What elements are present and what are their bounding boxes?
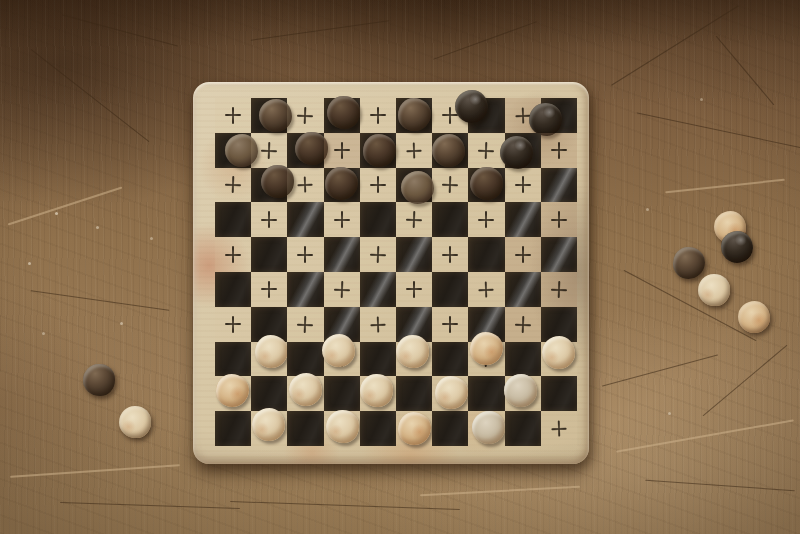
- square-r9c4[interactable]: [324, 376, 360, 411]
- square-r10c2[interactable]: [251, 411, 287, 446]
- square-r3c6[interactable]: [396, 168, 432, 203]
- plus-mark-icon: [334, 142, 350, 159]
- square-r10c4[interactable]: [324, 411, 360, 446]
- square-r1c8[interactable]: [468, 98, 504, 133]
- square-r6c3[interactable]: [287, 272, 323, 307]
- square-r3c7[interactable]: [432, 168, 468, 203]
- square-r9c7[interactable]: [432, 376, 468, 411]
- square-r3c4[interactable]: [324, 168, 360, 203]
- board-grid: [215, 98, 577, 446]
- light-piece[interactable]: [252, 408, 285, 441]
- wood-scratch: [60, 502, 240, 509]
- plus-mark-icon: [406, 211, 423, 229]
- square-r6c2[interactable]: [251, 272, 287, 307]
- square-r6c10[interactable]: [541, 272, 577, 307]
- square-r8c2[interactable]: [251, 342, 287, 377]
- square-r9c3[interactable]: [287, 376, 323, 411]
- square-r2c2[interactable]: [251, 133, 287, 168]
- plus-mark-icon: [551, 211, 567, 228]
- plus-mark-icon: [442, 316, 458, 333]
- square-r10c6[interactable]: [396, 411, 432, 446]
- square-r1c2[interactable]: [251, 98, 287, 133]
- square-r8c10[interactable]: [541, 342, 577, 377]
- square-r1c4[interactable]: [324, 98, 360, 133]
- paint-specks: [0, 0, 3, 3]
- wood-scratch: [665, 179, 785, 194]
- square-r4c8[interactable]: [468, 202, 504, 237]
- dark-piece[interactable]: [455, 90, 488, 123]
- square-r5c2[interactable]: [251, 237, 287, 272]
- plus-mark-icon: [334, 211, 350, 228]
- square-r3c9[interactable]: [505, 168, 541, 203]
- square-r2c3[interactable]: [287, 133, 323, 168]
- square-r2c9[interactable]: [505, 133, 541, 168]
- plus-mark-icon: [370, 107, 386, 124]
- square-r3c3[interactable]: [287, 168, 323, 203]
- square-r5c5[interactable]: [360, 237, 396, 272]
- plus-mark-icon: [514, 315, 531, 333]
- square-r6c9[interactable]: [505, 272, 541, 307]
- square-r7c3[interactable]: [287, 307, 323, 342]
- square-r3c1[interactable]: [215, 168, 251, 203]
- wood-scratch: [602, 354, 718, 386]
- square-r8c7[interactable]: [432, 342, 468, 377]
- loose-dark-piece[interactable]: [83, 364, 115, 396]
- square-r7c5[interactable]: [360, 307, 396, 342]
- square-r10c1[interactable]: [215, 411, 251, 446]
- dark-piece[interactable]: [401, 171, 434, 204]
- square-r2c7[interactable]: [432, 133, 468, 168]
- wood-scratch: [624, 270, 757, 341]
- square-r3c8[interactable]: [468, 168, 504, 203]
- square-r5c10[interactable]: [541, 237, 577, 272]
- square-r8c4[interactable]: [324, 342, 360, 377]
- square-r5c3[interactable]: [287, 237, 323, 272]
- light-piece[interactable]: [322, 334, 355, 367]
- square-r1c10[interactable]: [541, 98, 577, 133]
- dark-piece[interactable]: [500, 136, 533, 169]
- wood-scratch: [31, 290, 170, 310]
- plus-mark-icon: [478, 211, 494, 228]
- square-r4c5[interactable]: [360, 202, 396, 237]
- square-r4c2[interactable]: [251, 202, 287, 237]
- square-r2c8[interactable]: [468, 133, 504, 168]
- square-r7c7[interactable]: [432, 307, 468, 342]
- square-r9c8[interactable]: [468, 376, 504, 411]
- square-r9c10[interactable]: [541, 376, 577, 411]
- square-r2c1[interactable]: [215, 133, 251, 168]
- square-r10c8[interactable]: [468, 411, 504, 446]
- square-r6c5[interactable]: [360, 272, 396, 307]
- square-r1c3[interactable]: [287, 98, 323, 133]
- square-r8c9[interactable]: [505, 342, 541, 377]
- wood-scratch: [10, 464, 180, 478]
- square-r10c5[interactable]: [360, 411, 396, 446]
- square-r9c6[interactable]: [396, 376, 432, 411]
- plus-mark-icon: [406, 142, 422, 159]
- square-r10c3[interactable]: [287, 411, 323, 446]
- plus-mark-icon: [297, 315, 314, 333]
- plus-mark-icon: [442, 176, 459, 194]
- square-r5c4[interactable]: [324, 237, 360, 272]
- plus-mark-icon: [261, 281, 277, 298]
- square-r4c7[interactable]: [432, 202, 468, 237]
- light-piece[interactable]: [396, 335, 429, 368]
- square-r5c8[interactable]: [468, 237, 504, 272]
- plus-mark-icon: [515, 246, 531, 263]
- square-r1c1[interactable]: [215, 98, 251, 133]
- wood-scratch: [716, 36, 775, 106]
- wood-scratch: [433, 21, 537, 60]
- square-r6c4[interactable]: [324, 272, 360, 307]
- wood-scratch: [616, 419, 794, 452]
- wood-scratch: [611, 5, 739, 85]
- square-r9c1[interactable]: [215, 376, 251, 411]
- square-r6c1[interactable]: [215, 272, 251, 307]
- light-piece[interactable]: [472, 411, 505, 444]
- square-r8c3[interactable]: [287, 342, 323, 377]
- plus-mark-icon: [297, 246, 313, 263]
- square-r8c1[interactable]: [215, 342, 251, 377]
- wood-scratch: [703, 345, 788, 416]
- square-r2c4[interactable]: [324, 133, 360, 168]
- dark-piece[interactable]: [529, 103, 562, 136]
- plus-mark-icon: [370, 316, 386, 333]
- plus-mark-icon: [478, 141, 495, 159]
- wood-scratch: [8, 187, 123, 226]
- plus-mark-icon: [225, 246, 241, 263]
- dark-piece[interactable]: [432, 134, 465, 167]
- light-piece[interactable]: [360, 374, 393, 407]
- light-piece[interactable]: [398, 412, 431, 445]
- square-r4c1[interactable]: [215, 202, 251, 237]
- loose-light-piece[interactable]: [698, 274, 730, 306]
- wood-scratch: [637, 112, 800, 148]
- square-r4c4[interactable]: [324, 202, 360, 237]
- wood-scratch: [251, 20, 390, 40]
- square-r9c2[interactable]: [251, 376, 287, 411]
- square-r6c8[interactable]: [468, 272, 504, 307]
- loose-light-piece[interactable]: [738, 301, 770, 333]
- light-piece[interactable]: [255, 335, 288, 368]
- wood-scratch: [420, 486, 580, 496]
- square-r3c10[interactable]: [541, 168, 577, 203]
- light-piece[interactable]: [435, 376, 468, 409]
- plus-mark-icon: [551, 281, 568, 299]
- loose-dark-piece[interactable]: [721, 231, 753, 263]
- square-r1c6[interactable]: [396, 98, 432, 133]
- wood-scratch: [645, 480, 795, 491]
- dark-piece[interactable]: [325, 167, 358, 200]
- square-r9c5[interactable]: [360, 376, 396, 411]
- loose-light-piece[interactable]: [119, 406, 151, 438]
- square-r7c9[interactable]: [505, 307, 541, 342]
- plus-mark-icon: [225, 316, 241, 333]
- square-r1c5[interactable]: [360, 98, 396, 133]
- plus-mark-icon: [261, 141, 278, 159]
- plus-mark-icon: [225, 107, 241, 124]
- dark-piece[interactable]: [327, 96, 360, 129]
- square-r2c5[interactable]: [360, 133, 396, 168]
- square-r2c10[interactable]: [541, 133, 577, 168]
- square-r5c7[interactable]: [432, 237, 468, 272]
- light-piece[interactable]: [504, 374, 537, 407]
- square-r8c6[interactable]: [396, 342, 432, 377]
- light-piece[interactable]: [326, 410, 359, 443]
- square-r6c7[interactable]: [432, 272, 468, 307]
- plus-mark-icon: [442, 246, 458, 263]
- square-r5c9[interactable]: [505, 237, 541, 272]
- wood-scratch: [230, 501, 460, 510]
- wood-table: [0, 0, 800, 534]
- plus-mark-icon: [406, 281, 422, 298]
- square-r10c9[interactable]: [505, 411, 541, 446]
- square-r4c10[interactable]: [541, 202, 577, 237]
- square-r5c6[interactable]: [396, 237, 432, 272]
- light-piece[interactable]: [470, 332, 503, 365]
- square-r3c2[interactable]: [251, 168, 287, 203]
- plus-mark-icon: [551, 420, 567, 437]
- square-r4c9[interactable]: [505, 202, 541, 237]
- square-r5c1[interactable]: [215, 237, 251, 272]
- square-r8c5[interactable]: [360, 342, 396, 377]
- dark-piece[interactable]: [398, 98, 431, 131]
- plus-mark-icon: [551, 142, 567, 159]
- plus-mark-icon: [298, 177, 314, 194]
- plus-mark-icon: [479, 281, 495, 298]
- square-r9c9[interactable]: [505, 376, 541, 411]
- plus-mark-icon: [370, 246, 387, 264]
- light-piece[interactable]: [216, 374, 249, 407]
- dark-piece[interactable]: [470, 167, 503, 200]
- wood-scratch: [31, 49, 150, 142]
- plus-mark-icon: [261, 211, 277, 228]
- light-piece[interactable]: [289, 373, 322, 406]
- square-r2c6[interactable]: [396, 133, 432, 168]
- square-r10c7[interactable]: [432, 411, 468, 446]
- square-r4c6[interactable]: [396, 202, 432, 237]
- square-r6c6[interactable]: [396, 272, 432, 307]
- plus-mark-icon: [225, 176, 242, 194]
- loose-dark-piece[interactable]: [673, 247, 705, 279]
- square-r8c8[interactable]: [468, 342, 504, 377]
- square-r7c1[interactable]: [215, 307, 251, 342]
- dark-piece[interactable]: [363, 134, 396, 167]
- plus-mark-icon: [297, 107, 314, 125]
- square-r4c3[interactable]: [287, 202, 323, 237]
- plus-mark-icon: [515, 107, 531, 124]
- square-r10c10[interactable]: [541, 411, 577, 446]
- checkers-board: [193, 82, 589, 464]
- plus-mark-icon: [515, 176, 531, 193]
- wood-scratch: [62, 14, 178, 46]
- light-piece[interactable]: [542, 336, 575, 369]
- plus-mark-icon: [333, 281, 350, 299]
- square-r3c5[interactable]: [360, 168, 396, 203]
- plus-mark-icon: [370, 176, 386, 193]
